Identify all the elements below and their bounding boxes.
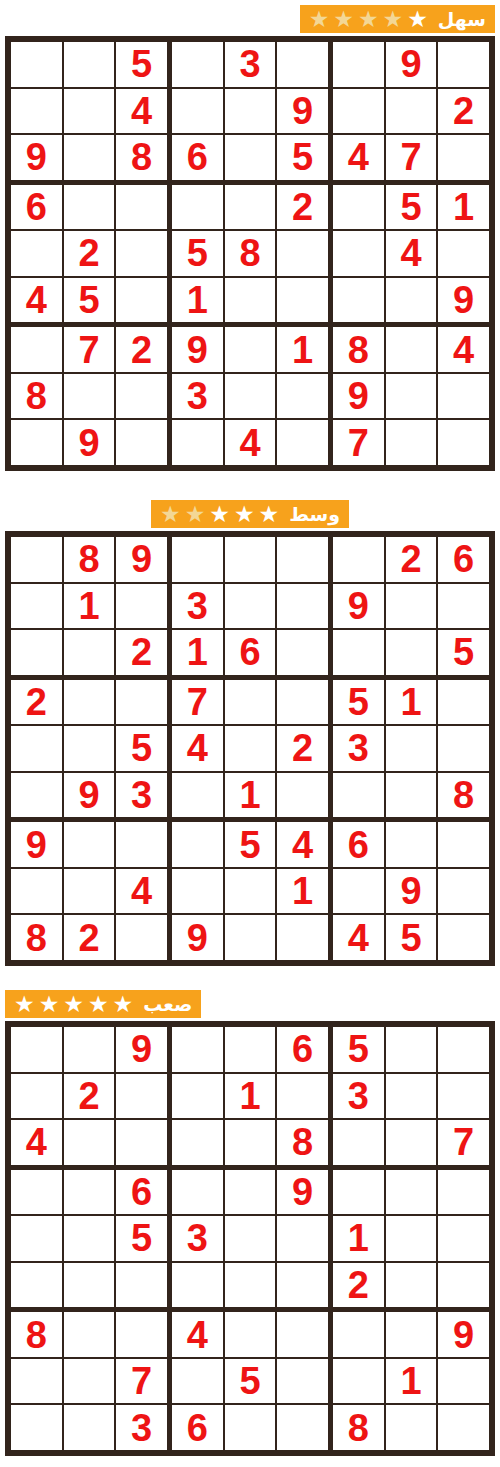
box-3-3: 918 [333, 1312, 489, 1450]
sudoku-sheet: ★★★★★ سهل 549839659247624525815149728991… [0, 0, 500, 1456]
cell-r8c5[interactable] [225, 869, 276, 914]
box-1-2: 618 [172, 1027, 328, 1165]
cell-r8c1[interactable] [11, 869, 62, 914]
cell-r1c4[interactable] [172, 42, 223, 87]
cell-r9c2: 2 [64, 915, 115, 960]
cell-r9c6[interactable] [277, 915, 328, 960]
cell-r7c4[interactable] [172, 822, 223, 867]
cell-r9c6[interactable] [277, 1405, 328, 1450]
cell-r6c5: 1 [225, 773, 276, 818]
cell-r2c6[interactable] [277, 584, 328, 629]
cell-r5c7: 3 [333, 726, 384, 771]
puzzle-easy: ★★★★★ سهل 549839659247624525815149728991… [0, 5, 500, 471]
cell-r5c6[interactable] [277, 231, 328, 276]
cell-r4c1: 6 [11, 185, 62, 230]
cell-r7c1: 8 [11, 1312, 62, 1357]
box-2-1: 2593 [11, 680, 167, 818]
cell-r2c8[interactable] [386, 89, 437, 134]
cell-r1c3: 5 [116, 42, 167, 87]
rating-stars-easy: ★★★★★ [309, 8, 428, 31]
cell-r1c6: 6 [277, 1027, 328, 1072]
puzzle-medium: ★★★★★ وسط 891231626952593742151389482541… [0, 500, 500, 966]
cell-r2c7[interactable] [333, 89, 384, 134]
cell-r7c8[interactable] [386, 1312, 437, 1357]
cell-r4c5[interactable] [225, 680, 276, 725]
cell-r9c7: 8 [333, 1405, 384, 1450]
cell-r3c9[interactable] [438, 135, 489, 180]
cell-r5c6[interactable] [277, 1216, 328, 1261]
cell-r7c2: 7 [64, 327, 115, 372]
cell-r8c4[interactable] [172, 1359, 223, 1404]
star-icon-pale: ★ [333, 8, 354, 31]
cell-r6c8[interactable] [386, 773, 437, 818]
box-1-2: 316 [172, 537, 328, 675]
cell-r6c1[interactable] [11, 1263, 62, 1308]
cell-r9c4: 6 [172, 1405, 223, 1450]
cell-r6c6[interactable] [277, 1263, 328, 1308]
box-3-2: 5419 [172, 822, 328, 960]
star-icon-pale: ★ [185, 503, 206, 526]
cell-r8c8: 9 [386, 869, 437, 914]
box-2-2: 93 [172, 1170, 328, 1308]
cell-r4c1[interactable] [11, 1170, 62, 1215]
cell-r3c8[interactable] [386, 630, 437, 675]
cell-r4c1: 2 [11, 680, 62, 725]
cell-r3c4: 1 [172, 630, 223, 675]
difficulty-label-medium: وسط [289, 505, 340, 524]
cell-r1c8: 2 [386, 537, 437, 582]
cell-r5c5[interactable] [225, 1216, 276, 1261]
cell-r1c5[interactable] [225, 537, 276, 582]
cell-r2c5: 1 [225, 1074, 276, 1119]
cell-r6c2[interactable] [64, 1263, 115, 1308]
cell-r9c2: 9 [64, 420, 115, 465]
cell-r5c9[interactable] [438, 726, 489, 771]
cell-r3c6: 8 [277, 1120, 328, 1165]
cell-r9c3[interactable] [116, 915, 167, 960]
cell-r2c8[interactable] [386, 584, 437, 629]
cell-r2c4[interactable] [172, 1074, 223, 1119]
difficulty-badge-medium: ★★★★★ وسط [151, 500, 349, 528]
cell-r2c5[interactable] [225, 89, 276, 134]
cell-r1c7[interactable] [333, 42, 384, 87]
cell-r4c4[interactable] [172, 1170, 223, 1215]
cell-r9c1[interactable] [11, 420, 62, 465]
cell-r7c3[interactable] [116, 1312, 167, 1357]
box-1-1: 5498 [11, 42, 167, 180]
cell-r2c9: 2 [438, 89, 489, 134]
cell-r1c9[interactable] [438, 1027, 489, 1072]
star-icon-pale: ★ [383, 8, 404, 31]
box-2-2: 2581 [172, 185, 328, 323]
star-icon-white: ★ [407, 8, 428, 31]
cell-r8c9[interactable] [438, 374, 489, 419]
star-icon-pale: ★ [309, 8, 330, 31]
cell-r3c3: 2 [116, 630, 167, 675]
cell-r2c7: 3 [333, 1074, 384, 1119]
sudoku-grid-hard: 924618537659312873456918 [5, 1021, 495, 1456]
cell-r4c2[interactable] [64, 1170, 115, 1215]
cell-r2c9[interactable] [438, 584, 489, 629]
box-2-1: 6245 [11, 185, 167, 323]
cell-r4c4[interactable] [172, 185, 223, 230]
header-row-hard: ★★★★★ صعب [5, 990, 495, 1018]
cell-r8c9[interactable] [438, 869, 489, 914]
box-3-3: 8497 [333, 327, 489, 465]
cell-r1c1[interactable] [11, 1027, 62, 1072]
cell-r7c8[interactable] [386, 822, 437, 867]
cell-r3c8: 7 [386, 135, 437, 180]
cell-r2c2: 2 [64, 1074, 115, 1119]
cell-r7c9: 9 [438, 1312, 489, 1357]
cell-r5c9[interactable] [438, 231, 489, 276]
cell-r9c2[interactable] [64, 1405, 115, 1450]
cell-r5c5[interactable] [225, 726, 276, 771]
cell-r4c6: 2 [277, 185, 328, 230]
cell-r5c4: 5 [172, 231, 223, 276]
rating-stars-medium: ★★★★★ [160, 503, 279, 526]
cell-r8c7[interactable] [333, 1359, 384, 1404]
difficulty-badge-easy: ★★★★★ سهل [300, 5, 495, 33]
cell-r7c5: 5 [225, 822, 276, 867]
cell-r8c5[interactable] [225, 374, 276, 419]
cell-r6c7: 2 [333, 1263, 384, 1308]
header-row-easy: ★★★★★ سهل [5, 5, 495, 33]
difficulty-label-easy: سهل [438, 10, 486, 29]
cell-r5c5: 8 [225, 231, 276, 276]
cell-r1c2[interactable] [64, 42, 115, 87]
cell-r7c2[interactable] [64, 1312, 115, 1357]
cell-r2c5[interactable] [225, 584, 276, 629]
box-1-2: 3965 [172, 42, 328, 180]
cell-r1c4[interactable] [172, 1027, 223, 1072]
cell-r7c1[interactable] [11, 327, 62, 372]
cell-r8c6[interactable] [277, 1359, 328, 1404]
cell-r6c8[interactable] [386, 1263, 437, 1308]
cell-r7c4: 4 [172, 1312, 223, 1357]
cell-r5c2: 2 [64, 231, 115, 276]
box-1-1: 8912 [11, 537, 167, 675]
cell-r5c1[interactable] [11, 1216, 62, 1261]
cell-r1c4[interactable] [172, 537, 223, 582]
cell-r5c3[interactable] [116, 231, 167, 276]
cell-r8c9[interactable] [438, 1359, 489, 1404]
cell-r1c1[interactable] [11, 42, 62, 87]
cell-r7c3[interactable] [116, 822, 167, 867]
cell-r6c4[interactable] [172, 773, 223, 818]
star-icon-white: ★ [14, 993, 35, 1016]
box-1-3: 9247 [333, 42, 489, 180]
cell-r2c1[interactable] [11, 89, 62, 134]
cell-r3c3: 8 [116, 135, 167, 180]
cell-r6c6[interactable] [277, 773, 328, 818]
cell-r7c6[interactable] [277, 1312, 328, 1357]
cell-r9c1[interactable] [11, 1405, 62, 1450]
cell-r3c5[interactable] [225, 135, 276, 180]
cell-r3c4: 6 [172, 135, 223, 180]
cell-r9c7: 4 [333, 915, 384, 960]
cell-r7c7: 6 [333, 822, 384, 867]
box-3-2: 9134 [172, 327, 328, 465]
cell-r9c6[interactable] [277, 420, 328, 465]
box-2-1: 65 [11, 1170, 167, 1308]
cell-r9c3[interactable] [116, 420, 167, 465]
cell-r2c4: 3 [172, 584, 223, 629]
cell-r3c5: 6 [225, 630, 276, 675]
cell-r6c2: 9 [64, 773, 115, 818]
star-icon-pale: ★ [358, 8, 379, 31]
cell-r3c2[interactable] [64, 1120, 115, 1165]
cell-r7c3: 2 [116, 327, 167, 372]
box-2-2: 7421 [172, 680, 328, 818]
cell-r9c5[interactable] [225, 915, 276, 960]
box-2-3: 5138 [333, 680, 489, 818]
cell-r5c8[interactable] [386, 1216, 437, 1261]
cell-r3c7: 4 [333, 135, 384, 180]
cell-r6c7[interactable] [333, 773, 384, 818]
cell-r4c8[interactable] [386, 1170, 437, 1215]
star-icon-white: ★ [39, 993, 60, 1016]
box-2-3: 12 [333, 1170, 489, 1308]
cell-r5c3: 5 [116, 1216, 167, 1261]
cell-r5c8[interactable] [386, 726, 437, 771]
cell-r3c7[interactable] [333, 630, 384, 675]
cell-r2c2[interactable] [64, 89, 115, 134]
cell-r9c8[interactable] [386, 420, 437, 465]
cell-r9c3: 3 [116, 1405, 167, 1450]
star-icon-white: ★ [63, 993, 84, 1016]
cell-r5c9[interactable] [438, 1216, 489, 1261]
cell-r7c7: 8 [333, 327, 384, 372]
cell-r5c1[interactable] [11, 726, 62, 771]
cell-r6c1: 4 [11, 278, 62, 323]
cell-r4c7[interactable] [333, 1170, 384, 1215]
cell-r6c1[interactable] [11, 773, 62, 818]
cell-r2c2: 1 [64, 584, 115, 629]
cell-r7c4: 9 [172, 327, 223, 372]
cell-r8c1[interactable] [11, 1359, 62, 1404]
cell-r3c5[interactable] [225, 1120, 276, 1165]
cell-r8c8[interactable] [386, 374, 437, 419]
cell-r5c7[interactable] [333, 231, 384, 276]
cell-r3c8[interactable] [386, 1120, 437, 1165]
cell-r9c8[interactable] [386, 1405, 437, 1450]
cell-r1c2: 8 [64, 537, 115, 582]
cell-r3c9: 7 [438, 1120, 489, 1165]
cell-r9c5[interactable] [225, 1405, 276, 1450]
cell-r8c5: 5 [225, 1359, 276, 1404]
cell-r8c3: 7 [116, 1359, 167, 1404]
cell-r1c7[interactable] [333, 537, 384, 582]
cell-r8c2[interactable] [64, 374, 115, 419]
cell-r5c3: 5 [116, 726, 167, 771]
cell-r5c8: 4 [386, 231, 437, 276]
cell-r4c7[interactable] [333, 185, 384, 230]
cell-r1c3: 9 [116, 537, 167, 582]
cell-r8c6: 1 [277, 869, 328, 914]
cell-r2c6: 9 [277, 89, 328, 134]
cell-r2c7: 9 [333, 584, 384, 629]
cell-r1c1[interactable] [11, 537, 62, 582]
cell-r7c7[interactable] [333, 1312, 384, 1357]
cell-r8c3[interactable] [116, 374, 167, 419]
cell-r4c3: 6 [116, 1170, 167, 1215]
cell-r3c2[interactable] [64, 630, 115, 675]
box-1-3: 537 [333, 1027, 489, 1165]
cell-r3c6: 5 [277, 135, 328, 180]
cell-r4c5[interactable] [225, 1170, 276, 1215]
cell-r8c7[interactable] [333, 869, 384, 914]
sudoku-grid-medium: 89123162695259374215138948254196945 [5, 531, 495, 966]
cell-r6c2: 5 [64, 278, 115, 323]
box-3-3: 6945 [333, 822, 489, 960]
cell-r7c6: 4 [277, 822, 328, 867]
cell-r1c9: 6 [438, 537, 489, 582]
cell-r4c6: 9 [277, 1170, 328, 1215]
cell-r8c4: 3 [172, 374, 223, 419]
difficulty-label-hard: صعب [143, 995, 192, 1014]
cell-r7c9: 4 [438, 327, 489, 372]
cell-r9c9[interactable] [438, 1405, 489, 1450]
cell-r9c5: 4 [225, 420, 276, 465]
cell-r1c6[interactable] [277, 537, 328, 582]
cell-r9c4: 9 [172, 915, 223, 960]
cell-r8c2[interactable] [64, 1359, 115, 1404]
cell-r2c9[interactable] [438, 1074, 489, 1119]
star-icon-white: ★ [259, 503, 280, 526]
cell-r4c7: 5 [333, 680, 384, 725]
cell-r1c6[interactable] [277, 42, 328, 87]
cell-r3c1: 4 [11, 1120, 62, 1165]
cell-r3c1: 9 [11, 135, 62, 180]
header-row-medium: ★★★★★ وسط [5, 500, 495, 528]
cell-r2c1[interactable] [11, 584, 62, 629]
cell-r2c6[interactable] [277, 1074, 328, 1119]
star-icon-pale: ★ [160, 503, 181, 526]
cell-r4c3[interactable] [116, 185, 167, 230]
cell-r4c8: 1 [386, 680, 437, 725]
star-icon-white: ★ [209, 503, 230, 526]
cell-r1c2[interactable] [64, 1027, 115, 1072]
puzzle-hard: ★★★★★ صعب 924618537659312873456918 [0, 990, 500, 1456]
cell-r9c9[interactable] [438, 420, 489, 465]
cell-r3c1[interactable] [11, 630, 62, 675]
box-3-2: 456 [172, 1312, 328, 1450]
cell-r8c8: 1 [386, 1359, 437, 1404]
cell-r3c7[interactable] [333, 1120, 384, 1165]
cell-r6c3[interactable] [116, 1263, 167, 1308]
cell-r2c3: 4 [116, 89, 167, 134]
box-3-1: 9482 [11, 822, 167, 960]
cell-r5c2[interactable] [64, 1216, 115, 1261]
cell-r6c7[interactable] [333, 278, 384, 323]
cell-r4c9[interactable] [438, 680, 489, 725]
cell-r4c8: 5 [386, 185, 437, 230]
cell-r1c7: 5 [333, 1027, 384, 1072]
cell-r4c4: 7 [172, 680, 223, 725]
cell-r2c3[interactable] [116, 584, 167, 629]
cell-r6c9[interactable] [438, 1263, 489, 1308]
cell-r7c9[interactable] [438, 822, 489, 867]
cell-r7c6: 1 [277, 327, 328, 372]
cell-r4c2[interactable] [64, 680, 115, 725]
cell-r2c4[interactable] [172, 89, 223, 134]
star-icon-white: ★ [234, 503, 255, 526]
cell-r3c3[interactable] [116, 1120, 167, 1165]
cell-r7c5[interactable] [225, 327, 276, 372]
cell-r2c1[interactable] [11, 1074, 62, 1119]
box-1-3: 2695 [333, 537, 489, 675]
cell-r4c5[interactable] [225, 185, 276, 230]
cell-r4c9: 1 [438, 185, 489, 230]
cell-r8c2[interactable] [64, 869, 115, 914]
cell-r6c4[interactable] [172, 1263, 223, 1308]
cell-r3c9: 5 [438, 630, 489, 675]
star-icon-white: ★ [113, 993, 134, 1016]
cell-r7c1: 9 [11, 822, 62, 867]
cell-r5c2[interactable] [64, 726, 115, 771]
cell-r9c7: 7 [333, 420, 384, 465]
cell-r1c9[interactable] [438, 42, 489, 87]
cell-r5c1[interactable] [11, 231, 62, 276]
cell-r1c8[interactable] [386, 1027, 437, 1072]
box-3-1: 873 [11, 1312, 167, 1450]
cell-r5c7: 1 [333, 1216, 384, 1261]
cell-r4c9[interactable] [438, 1170, 489, 1215]
cell-r4c6[interactable] [277, 680, 328, 725]
cell-r4c2[interactable] [64, 185, 115, 230]
cell-r3c4[interactable] [172, 1120, 223, 1165]
cell-r8c6[interactable] [277, 374, 328, 419]
cell-r1c5[interactable] [225, 1027, 276, 1072]
box-3-1: 7289 [11, 327, 167, 465]
rating-stars-hard: ★★★★★ [14, 993, 133, 1016]
cell-r3c2[interactable] [64, 135, 115, 180]
cell-r1c3: 9 [116, 1027, 167, 1072]
cell-r6c3[interactable] [116, 278, 167, 323]
cell-r8c3: 4 [116, 869, 167, 914]
cell-r9c4[interactable] [172, 420, 223, 465]
cell-r5c6: 2 [277, 726, 328, 771]
cell-r1c8: 9 [386, 42, 437, 87]
cell-r7c8[interactable] [386, 327, 437, 372]
cell-r7c5[interactable] [225, 1312, 276, 1357]
cell-r3c6[interactable] [277, 630, 328, 675]
cell-r6c3: 3 [116, 773, 167, 818]
cell-r4c3[interactable] [116, 680, 167, 725]
cell-r8c7: 9 [333, 374, 384, 419]
cell-r6c9: 9 [438, 278, 489, 323]
cell-r6c5[interactable] [225, 278, 276, 323]
cell-r1c5: 3 [225, 42, 276, 87]
cell-r9c9[interactable] [438, 915, 489, 960]
cell-r2c3[interactable] [116, 1074, 167, 1119]
cell-r5c4: 3 [172, 1216, 223, 1261]
cell-r7c2[interactable] [64, 822, 115, 867]
cell-r6c6[interactable] [277, 278, 328, 323]
difficulty-badge-hard: ★★★★★ صعب [5, 990, 201, 1018]
cell-r2c8[interactable] [386, 1074, 437, 1119]
cell-r6c5[interactable] [225, 1263, 276, 1308]
cell-r5c4: 4 [172, 726, 223, 771]
box-2-3: 5149 [333, 185, 489, 323]
cell-r9c8: 5 [386, 915, 437, 960]
sudoku-grid-easy: 549839659247624525815149728991348497 [5, 36, 495, 471]
cell-r6c9: 8 [438, 773, 489, 818]
cell-r6c8[interactable] [386, 278, 437, 323]
cell-r6c4: 1 [172, 278, 223, 323]
cell-r8c4[interactable] [172, 869, 223, 914]
